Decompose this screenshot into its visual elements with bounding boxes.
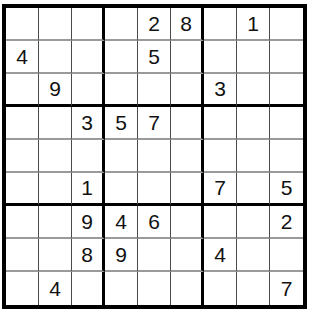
cell-r5c7[interactable] — [204, 140, 237, 173]
cell-r4c7[interactable] — [204, 107, 237, 140]
cell-r9c8[interactable] — [237, 272, 270, 305]
cell-r9c7[interactable] — [204, 272, 237, 305]
cell-r3c9[interactable] — [270, 74, 303, 107]
cell-r1c5[interactable]: 2 — [138, 8, 171, 41]
cell-r2c3[interactable] — [72, 41, 105, 74]
cell-r1c9[interactable] — [270, 8, 303, 41]
cell-r4c9[interactable] — [270, 107, 303, 140]
cell-r8c4[interactable]: 9 — [105, 239, 138, 272]
cell-r5c9[interactable] — [270, 140, 303, 173]
cell-r9c2[interactable]: 4 — [39, 272, 72, 305]
cell-r3c4[interactable] — [105, 74, 138, 107]
cell-r8c3[interactable]: 8 — [72, 239, 105, 272]
cell-r1c8[interactable]: 1 — [237, 8, 270, 41]
cell-r2c5[interactable]: 5 — [138, 41, 171, 74]
sudoku-board: 2814593357175946289447 — [2, 4, 307, 309]
cell-r5c4[interactable] — [105, 140, 138, 173]
cell-r2c7[interactable] — [204, 41, 237, 74]
cell-r9c6[interactable] — [171, 272, 204, 305]
cell-r7c3[interactable]: 9 — [72, 206, 105, 239]
cell-r5c1[interactable] — [6, 140, 39, 173]
cell-r2c4[interactable] — [105, 41, 138, 74]
cell-r7c7[interactable] — [204, 206, 237, 239]
cell-r7c1[interactable] — [6, 206, 39, 239]
cell-r4c8[interactable] — [237, 107, 270, 140]
cell-r4c4[interactable]: 5 — [105, 107, 138, 140]
cell-r2c9[interactable] — [270, 41, 303, 74]
cell-r6c8[interactable] — [237, 173, 270, 206]
cell-r9c3[interactable] — [72, 272, 105, 305]
cell-r4c1[interactable] — [6, 107, 39, 140]
cell-r3c5[interactable] — [138, 74, 171, 107]
cell-r9c1[interactable] — [6, 272, 39, 305]
cell-r6c1[interactable] — [6, 173, 39, 206]
cell-r7c4[interactable]: 4 — [105, 206, 138, 239]
cell-r8c2[interactable] — [39, 239, 72, 272]
cell-r9c9[interactable]: 7 — [270, 272, 303, 305]
cell-r4c5[interactable]: 7 — [138, 107, 171, 140]
cell-r2c1[interactable]: 4 — [6, 41, 39, 74]
cell-r5c2[interactable] — [39, 140, 72, 173]
cell-r7c5[interactable]: 6 — [138, 206, 171, 239]
cell-r7c9[interactable]: 2 — [270, 206, 303, 239]
cell-r8c6[interactable] — [171, 239, 204, 272]
cell-r4c3[interactable]: 3 — [72, 107, 105, 140]
cell-r3c6[interactable] — [171, 74, 204, 107]
cell-r1c6[interactable]: 8 — [171, 8, 204, 41]
cell-r4c6[interactable] — [171, 107, 204, 140]
cell-r6c6[interactable] — [171, 173, 204, 206]
cell-r7c8[interactable] — [237, 206, 270, 239]
cell-r8c7[interactable]: 4 — [204, 239, 237, 272]
cell-r1c3[interactable] — [72, 8, 105, 41]
cell-r2c6[interactable] — [171, 41, 204, 74]
cell-r3c1[interactable] — [6, 74, 39, 107]
cell-r1c4[interactable] — [105, 8, 138, 41]
cell-r3c7[interactable]: 3 — [204, 74, 237, 107]
sudoku-puzzle: 2814593357175946289447 — [0, 0, 312, 309]
cell-r3c8[interactable] — [237, 74, 270, 107]
cell-r7c2[interactable] — [39, 206, 72, 239]
cell-r5c8[interactable] — [237, 140, 270, 173]
cell-r6c5[interactable] — [138, 173, 171, 206]
cell-r1c7[interactable] — [204, 8, 237, 41]
cell-r3c2[interactable]: 9 — [39, 74, 72, 107]
cell-r4c2[interactable] — [39, 107, 72, 140]
cell-r7c6[interactable] — [171, 206, 204, 239]
cell-r9c4[interactable] — [105, 272, 138, 305]
cell-r3c3[interactable] — [72, 74, 105, 107]
cell-r6c2[interactable] — [39, 173, 72, 206]
cell-r2c2[interactable] — [39, 41, 72, 74]
cell-r5c6[interactable] — [171, 140, 204, 173]
cell-r1c2[interactable] — [39, 8, 72, 41]
cell-r8c1[interactable] — [6, 239, 39, 272]
cell-r6c9[interactable]: 5 — [270, 173, 303, 206]
cell-r8c9[interactable] — [270, 239, 303, 272]
cell-r9c5[interactable] — [138, 272, 171, 305]
cell-r8c8[interactable] — [237, 239, 270, 272]
cell-r6c4[interactable] — [105, 173, 138, 206]
cell-r1c1[interactable] — [6, 8, 39, 41]
cell-r5c3[interactable] — [72, 140, 105, 173]
cell-r8c5[interactable] — [138, 239, 171, 272]
cell-r5c5[interactable] — [138, 140, 171, 173]
cell-r6c3[interactable]: 1 — [72, 173, 105, 206]
cell-r6c7[interactable]: 7 — [204, 173, 237, 206]
cell-r2c8[interactable] — [237, 41, 270, 74]
